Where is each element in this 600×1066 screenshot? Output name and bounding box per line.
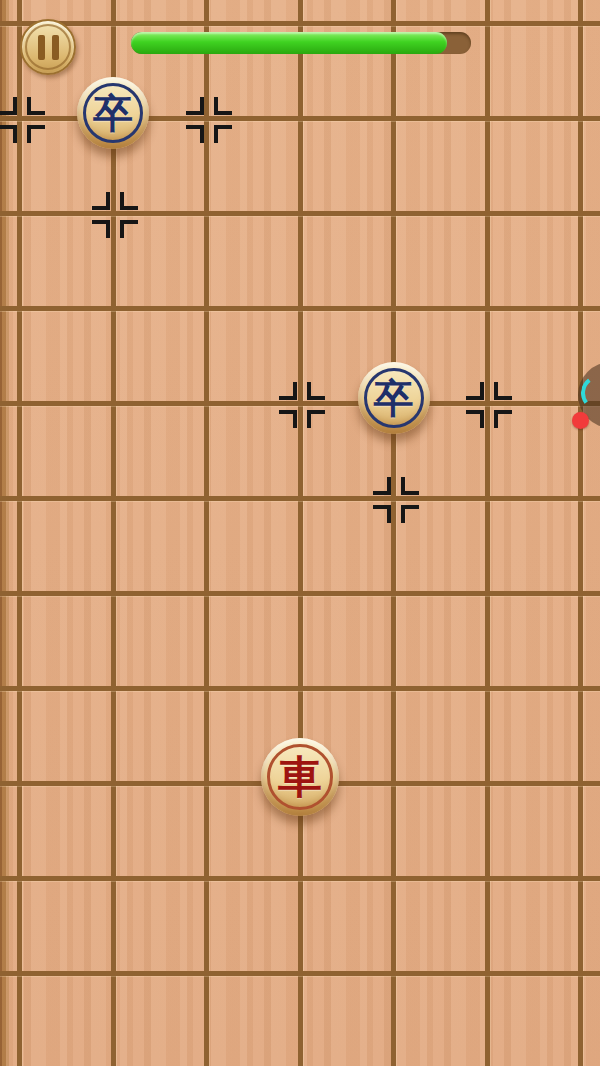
red-chariot[interactable]: 車 xyxy=(261,738,339,816)
grid-line-vertical xyxy=(204,0,209,1066)
piece-glyph: 車 xyxy=(278,755,322,799)
grid-line-horizontal xyxy=(0,21,600,26)
grid-line-vertical xyxy=(485,0,490,1066)
move-marker[interactable] xyxy=(0,95,43,141)
move-marker[interactable] xyxy=(90,190,136,236)
grid-line-vertical xyxy=(298,0,303,1066)
grid-line-horizontal xyxy=(0,686,600,691)
hint-arc-icon xyxy=(579,373,600,414)
pause-button[interactable] xyxy=(20,19,76,75)
level-progress-bar xyxy=(131,32,471,54)
grid-line-horizontal xyxy=(0,971,600,976)
move-marker[interactable] xyxy=(277,380,323,426)
piece-glyph: 卒 xyxy=(374,378,414,418)
move-marker[interactable] xyxy=(184,95,230,141)
grid-line-horizontal xyxy=(0,876,600,881)
game-screen: 卒卒車 xyxy=(0,0,600,1066)
notification-dot xyxy=(572,412,589,429)
grid-line-vertical xyxy=(111,0,116,1066)
grid-line-vertical xyxy=(17,0,22,1066)
grid-line-vertical xyxy=(391,0,396,1066)
grid-line-vertical xyxy=(578,0,583,1066)
progress-fill xyxy=(131,32,447,54)
black-soldier[interactable]: 卒 xyxy=(77,77,149,149)
move-marker[interactable] xyxy=(371,475,417,521)
black-soldier[interactable]: 卒 xyxy=(358,362,430,434)
grid-line-horizontal xyxy=(0,306,600,311)
board-left-edge xyxy=(0,0,9,1066)
pause-icon xyxy=(38,35,59,60)
grid-line-horizontal xyxy=(0,496,600,501)
piece-glyph: 卒 xyxy=(93,93,133,133)
move-marker[interactable] xyxy=(464,380,510,426)
grid-line-horizontal xyxy=(0,591,600,596)
